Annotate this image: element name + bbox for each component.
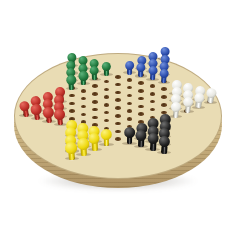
peg-white[interactable] (170, 101, 182, 118)
board-hole[interactable] (127, 117, 133, 121)
peg-yellow[interactable] (65, 142, 78, 161)
board-hole[interactable] (104, 103, 110, 107)
board-hole[interactable] (150, 108, 156, 112)
peg-black[interactable] (158, 135, 171, 154)
board-hole[interactable] (150, 100, 156, 104)
peg-black[interactable] (135, 130, 147, 148)
peg-ball (54, 109, 66, 121)
peg-ball (136, 130, 148, 142)
peg-green[interactable] (90, 66, 100, 80)
board-hole[interactable] (138, 89, 144, 93)
peg-red[interactable] (19, 100, 31, 117)
peg-blue[interactable] (125, 60, 134, 74)
peg-green[interactable] (66, 75, 77, 90)
board-hole[interactable] (92, 92, 98, 96)
piece-layer (0, 0, 228, 228)
peg-black[interactable] (124, 127, 135, 144)
peg-blue[interactable] (148, 66, 158, 80)
peg-yellow[interactable] (89, 133, 101, 151)
board-hole[interactable] (138, 97, 144, 101)
board-hole[interactable] (127, 102, 133, 106)
peg-ball (159, 135, 171, 147)
peg-ball (124, 127, 135, 138)
peg-black[interactable] (147, 133, 159, 151)
peg-ball (125, 60, 134, 69)
board-hole[interactable] (115, 98, 121, 102)
board-hole[interactable] (138, 112, 144, 116)
board-hole[interactable] (115, 75, 121, 79)
peg-red[interactable] (42, 106, 54, 123)
board-hole[interactable] (69, 102, 75, 106)
peg-ball (160, 69, 170, 79)
board-hole[interactable] (150, 92, 156, 96)
peg-red[interactable] (54, 109, 66, 126)
peg-yellow[interactable] (77, 137, 89, 155)
board-hole[interactable] (104, 88, 110, 92)
peg-green[interactable] (78, 71, 88, 86)
peg-ball (183, 97, 194, 108)
board-hole[interactable] (81, 113, 87, 117)
board-hole[interactable] (115, 106, 121, 110)
board-hole[interactable] (115, 83, 121, 87)
board-hole[interactable] (81, 105, 87, 109)
board-hole[interactable] (104, 80, 110, 84)
peg-ball (89, 133, 101, 145)
board-hole[interactable] (127, 86, 133, 90)
board-hole[interactable] (81, 97, 87, 101)
peg-white[interactable] (182, 97, 194, 114)
board-hole[interactable] (104, 111, 110, 115)
peg-yellow[interactable] (101, 128, 112, 146)
board-hole[interactable] (127, 109, 133, 113)
peg-ball (78, 71, 88, 81)
peg-ball (90, 66, 100, 76)
board-hole[interactable] (161, 103, 167, 107)
board-hole[interactable] (150, 84, 156, 88)
peg-ball (147, 133, 159, 145)
board-hole[interactable] (104, 95, 110, 99)
chinese-checkers-photo (0, 0, 228, 228)
peg-blue[interactable] (159, 69, 169, 84)
peg-ball (101, 128, 112, 139)
board-hole[interactable] (81, 89, 87, 93)
peg-ball (66, 75, 76, 85)
board-hole[interactable] (161, 95, 167, 99)
board-hole[interactable] (138, 105, 144, 109)
board-hole[interactable] (127, 78, 133, 82)
peg-ball (171, 101, 182, 112)
board-hole[interactable] (127, 94, 133, 98)
peg-ball (65, 142, 77, 154)
peg-blue[interactable] (136, 63, 146, 77)
peg-green[interactable] (102, 62, 111, 76)
peg-ball (42, 106, 54, 118)
board-hole[interactable] (115, 91, 121, 95)
peg-ball (77, 137, 89, 149)
board-hole[interactable] (115, 137, 121, 141)
board-hole[interactable] (69, 109, 75, 113)
peg-ball (137, 63, 147, 73)
board-hole[interactable] (92, 108, 98, 112)
peg-ball (30, 103, 42, 115)
peg-ball (194, 92, 205, 103)
peg-ball (102, 62, 111, 71)
board-hole[interactable] (115, 122, 121, 126)
board-hole[interactable] (115, 114, 121, 118)
board-hole[interactable] (115, 130, 121, 134)
board-hole[interactable] (92, 100, 98, 104)
board-hole[interactable] (92, 116, 98, 120)
board-hole[interactable] (161, 87, 167, 91)
board-hole[interactable] (69, 94, 75, 98)
board-hole[interactable] (92, 84, 98, 88)
board-hole[interactable] (138, 81, 144, 85)
board-hole[interactable] (104, 119, 110, 123)
peg-ball (19, 100, 31, 112)
